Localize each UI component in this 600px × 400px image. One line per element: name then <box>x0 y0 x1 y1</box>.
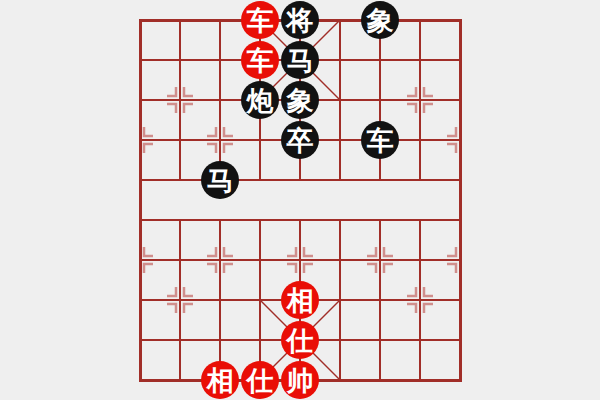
piece-red-chariot[interactable]: 车 <box>241 1 279 39</box>
piece-black-soldier[interactable]: 卒 <box>281 121 319 159</box>
piece-black-general[interactable]: 将 <box>281 1 319 39</box>
piece-black-cannon[interactable]: 炮 <box>241 81 279 119</box>
piece-black-horse[interactable]: 马 <box>281 41 319 79</box>
piece-black-elephant[interactable]: 象 <box>281 81 319 119</box>
piece-red-chariot[interactable]: 车 <box>241 41 279 79</box>
pieces-layer: 车将象车马炮象卒车马相仕相仕帅 <box>0 0 600 400</box>
xiangqi-board: 车将象车马炮象卒车马相仕相仕帅 <box>0 0 600 400</box>
piece-red-advisor[interactable]: 仕 <box>241 361 279 399</box>
piece-black-elephant[interactable]: 象 <box>361 1 399 39</box>
piece-red-elephant[interactable]: 相 <box>281 281 319 319</box>
piece-black-horse[interactable]: 马 <box>201 161 239 199</box>
piece-red-advisor[interactable]: 仕 <box>281 321 319 359</box>
piece-red-general[interactable]: 帅 <box>281 361 319 399</box>
piece-red-elephant[interactable]: 相 <box>201 361 239 399</box>
piece-black-chariot[interactable]: 车 <box>361 121 399 159</box>
